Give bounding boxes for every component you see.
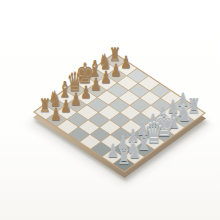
piece-silver-rook-a1[interactable]: ♜ bbox=[117, 147, 130, 168]
piece-wood-pawn-c7[interactable]: ♟ bbox=[71, 91, 82, 108]
piece-wood-pawn-g7[interactable]: ♟ bbox=[111, 62, 122, 79]
chess-set-photo: ♜♞♝♛♚♝♞♜♟♟♟♟♟♟♟♟♟♟♟♟♟♟♟♟♜♞♝♛♚♝♞♜ bbox=[0, 0, 220, 220]
piece-wood-pawn-f7[interactable]: ♟ bbox=[101, 69, 112, 86]
piece-wood-pawn-a7[interactable]: ♟ bbox=[51, 106, 62, 123]
piece-wood-pawn-b7[interactable]: ♟ bbox=[61, 99, 72, 116]
piece-wood-pawn-d7[interactable]: ♟ bbox=[81, 84, 92, 101]
piece-wood-rook-a8[interactable]: ♜ bbox=[39, 97, 51, 115]
piece-wood-pawn-e7[interactable]: ♟ bbox=[91, 77, 102, 94]
piece-wood-pawn-h7[interactable]: ♟ bbox=[121, 55, 132, 72]
